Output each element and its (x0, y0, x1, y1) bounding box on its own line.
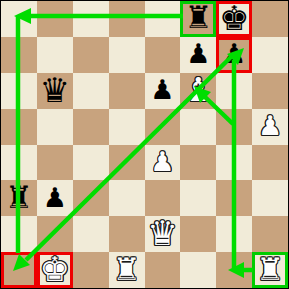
square-b4[interactable] (37, 145, 73, 181)
square-d1[interactable]: ♜ (109, 252, 145, 288)
square-a8[interactable] (1, 1, 37, 37)
piece-black-pawn-b3[interactable]: ♟ (43, 184, 67, 211)
square-a4[interactable] (1, 145, 37, 181)
square-d7[interactable] (109, 37, 145, 73)
square-f8[interactable]: ♜ (180, 1, 216, 37)
square-b2[interactable] (37, 216, 73, 252)
square-a6[interactable] (1, 73, 37, 109)
piece-white-pawn-e4[interactable]: ♟ (150, 148, 174, 175)
square-a7[interactable] (1, 37, 37, 73)
square-f6[interactable]: ♝ (180, 73, 216, 109)
square-e7[interactable] (145, 37, 181, 73)
square-e8[interactable] (145, 1, 181, 37)
square-b7[interactable] (37, 37, 73, 73)
square-f7[interactable]: ♟ (180, 37, 216, 73)
piece-black-queen-b6[interactable]: ♛ (40, 73, 70, 107)
square-f3[interactable] (180, 180, 216, 216)
square-c1[interactable] (73, 252, 109, 288)
piece-white-bishop-f6[interactable]: ♝ (184, 73, 214, 106)
square-g8[interactable]: ♚ (216, 1, 252, 37)
square-c6[interactable] (73, 73, 109, 109)
square-b6[interactable]: ♛ (37, 73, 73, 109)
square-h2[interactable] (252, 216, 288, 252)
square-h7[interactable] (252, 37, 288, 73)
chess-board-frame: ♜♚♟♟♛♟♝♟♟♜♟♛♚♜♜ (0, 0, 289, 289)
square-d5[interactable] (109, 109, 145, 145)
square-a1[interactable] (1, 252, 37, 288)
square-h4[interactable] (252, 145, 288, 181)
square-g5[interactable] (216, 109, 252, 145)
square-e1[interactable] (145, 252, 181, 288)
square-e3[interactable] (145, 180, 181, 216)
square-c5[interactable] (73, 109, 109, 145)
square-h6[interactable] (252, 73, 288, 109)
square-d8[interactable] (109, 1, 145, 37)
square-f2[interactable] (180, 216, 216, 252)
piece-white-rook-d1[interactable]: ♜ (113, 254, 141, 285)
square-a2[interactable] (1, 216, 37, 252)
square-a5[interactable] (1, 109, 37, 145)
square-c3[interactable] (73, 180, 109, 216)
square-c4[interactable] (73, 145, 109, 181)
square-h1[interactable]: ♜ (252, 252, 288, 288)
square-e5[interactable] (145, 109, 181, 145)
square-d4[interactable] (109, 145, 145, 181)
piece-white-king-b1[interactable]: ♚ (40, 252, 70, 286)
square-g4[interactable] (216, 145, 252, 181)
square-g7[interactable]: ♟ (216, 37, 252, 73)
square-f4[interactable] (180, 145, 216, 181)
square-h3[interactable] (252, 180, 288, 216)
square-e4[interactable]: ♟ (145, 145, 181, 181)
square-c7[interactable] (73, 37, 109, 73)
square-c8[interactable] (73, 1, 109, 37)
piece-black-king-g8[interactable]: ♚ (219, 1, 249, 35)
square-g3[interactable] (216, 180, 252, 216)
square-b5[interactable] (37, 109, 73, 145)
square-c2[interactable] (73, 216, 109, 252)
chess-board: ♜♚♟♟♛♟♝♟♟♜♟♛♚♜♜ (1, 1, 288, 288)
piece-white-pawn-h5[interactable]: ♟ (258, 112, 282, 139)
piece-black-pawn-e6[interactable]: ♟ (150, 76, 174, 103)
square-e6[interactable]: ♟ (145, 73, 181, 109)
square-f1[interactable] (180, 252, 216, 288)
piece-black-pawn-g7[interactable]: ♟ (222, 40, 246, 67)
square-f5[interactable] (180, 109, 216, 145)
piece-black-rook-f8[interactable]: ♜ (184, 2, 212, 33)
square-h5[interactable]: ♟ (252, 109, 288, 145)
square-e2[interactable]: ♛ (145, 216, 181, 252)
piece-black-pawn-f7[interactable]: ♟ (186, 40, 210, 67)
square-d6[interactable] (109, 73, 145, 109)
piece-white-rook-h1[interactable]: ♜ (256, 254, 284, 285)
square-d3[interactable] (109, 180, 145, 216)
square-b1[interactable]: ♚ (37, 252, 73, 288)
square-b3[interactable]: ♟ (37, 180, 73, 216)
square-a3[interactable]: ♜ (1, 180, 37, 216)
square-g2[interactable] (216, 216, 252, 252)
square-g1[interactable] (216, 252, 252, 288)
piece-white-queen-e2[interactable]: ♛ (147, 216, 177, 250)
square-b8[interactable] (37, 1, 73, 37)
square-d2[interactable] (109, 216, 145, 252)
square-h8[interactable] (252, 1, 288, 37)
piece-black-rook-a3[interactable]: ♜ (5, 182, 33, 213)
square-g6[interactable] (216, 73, 252, 109)
